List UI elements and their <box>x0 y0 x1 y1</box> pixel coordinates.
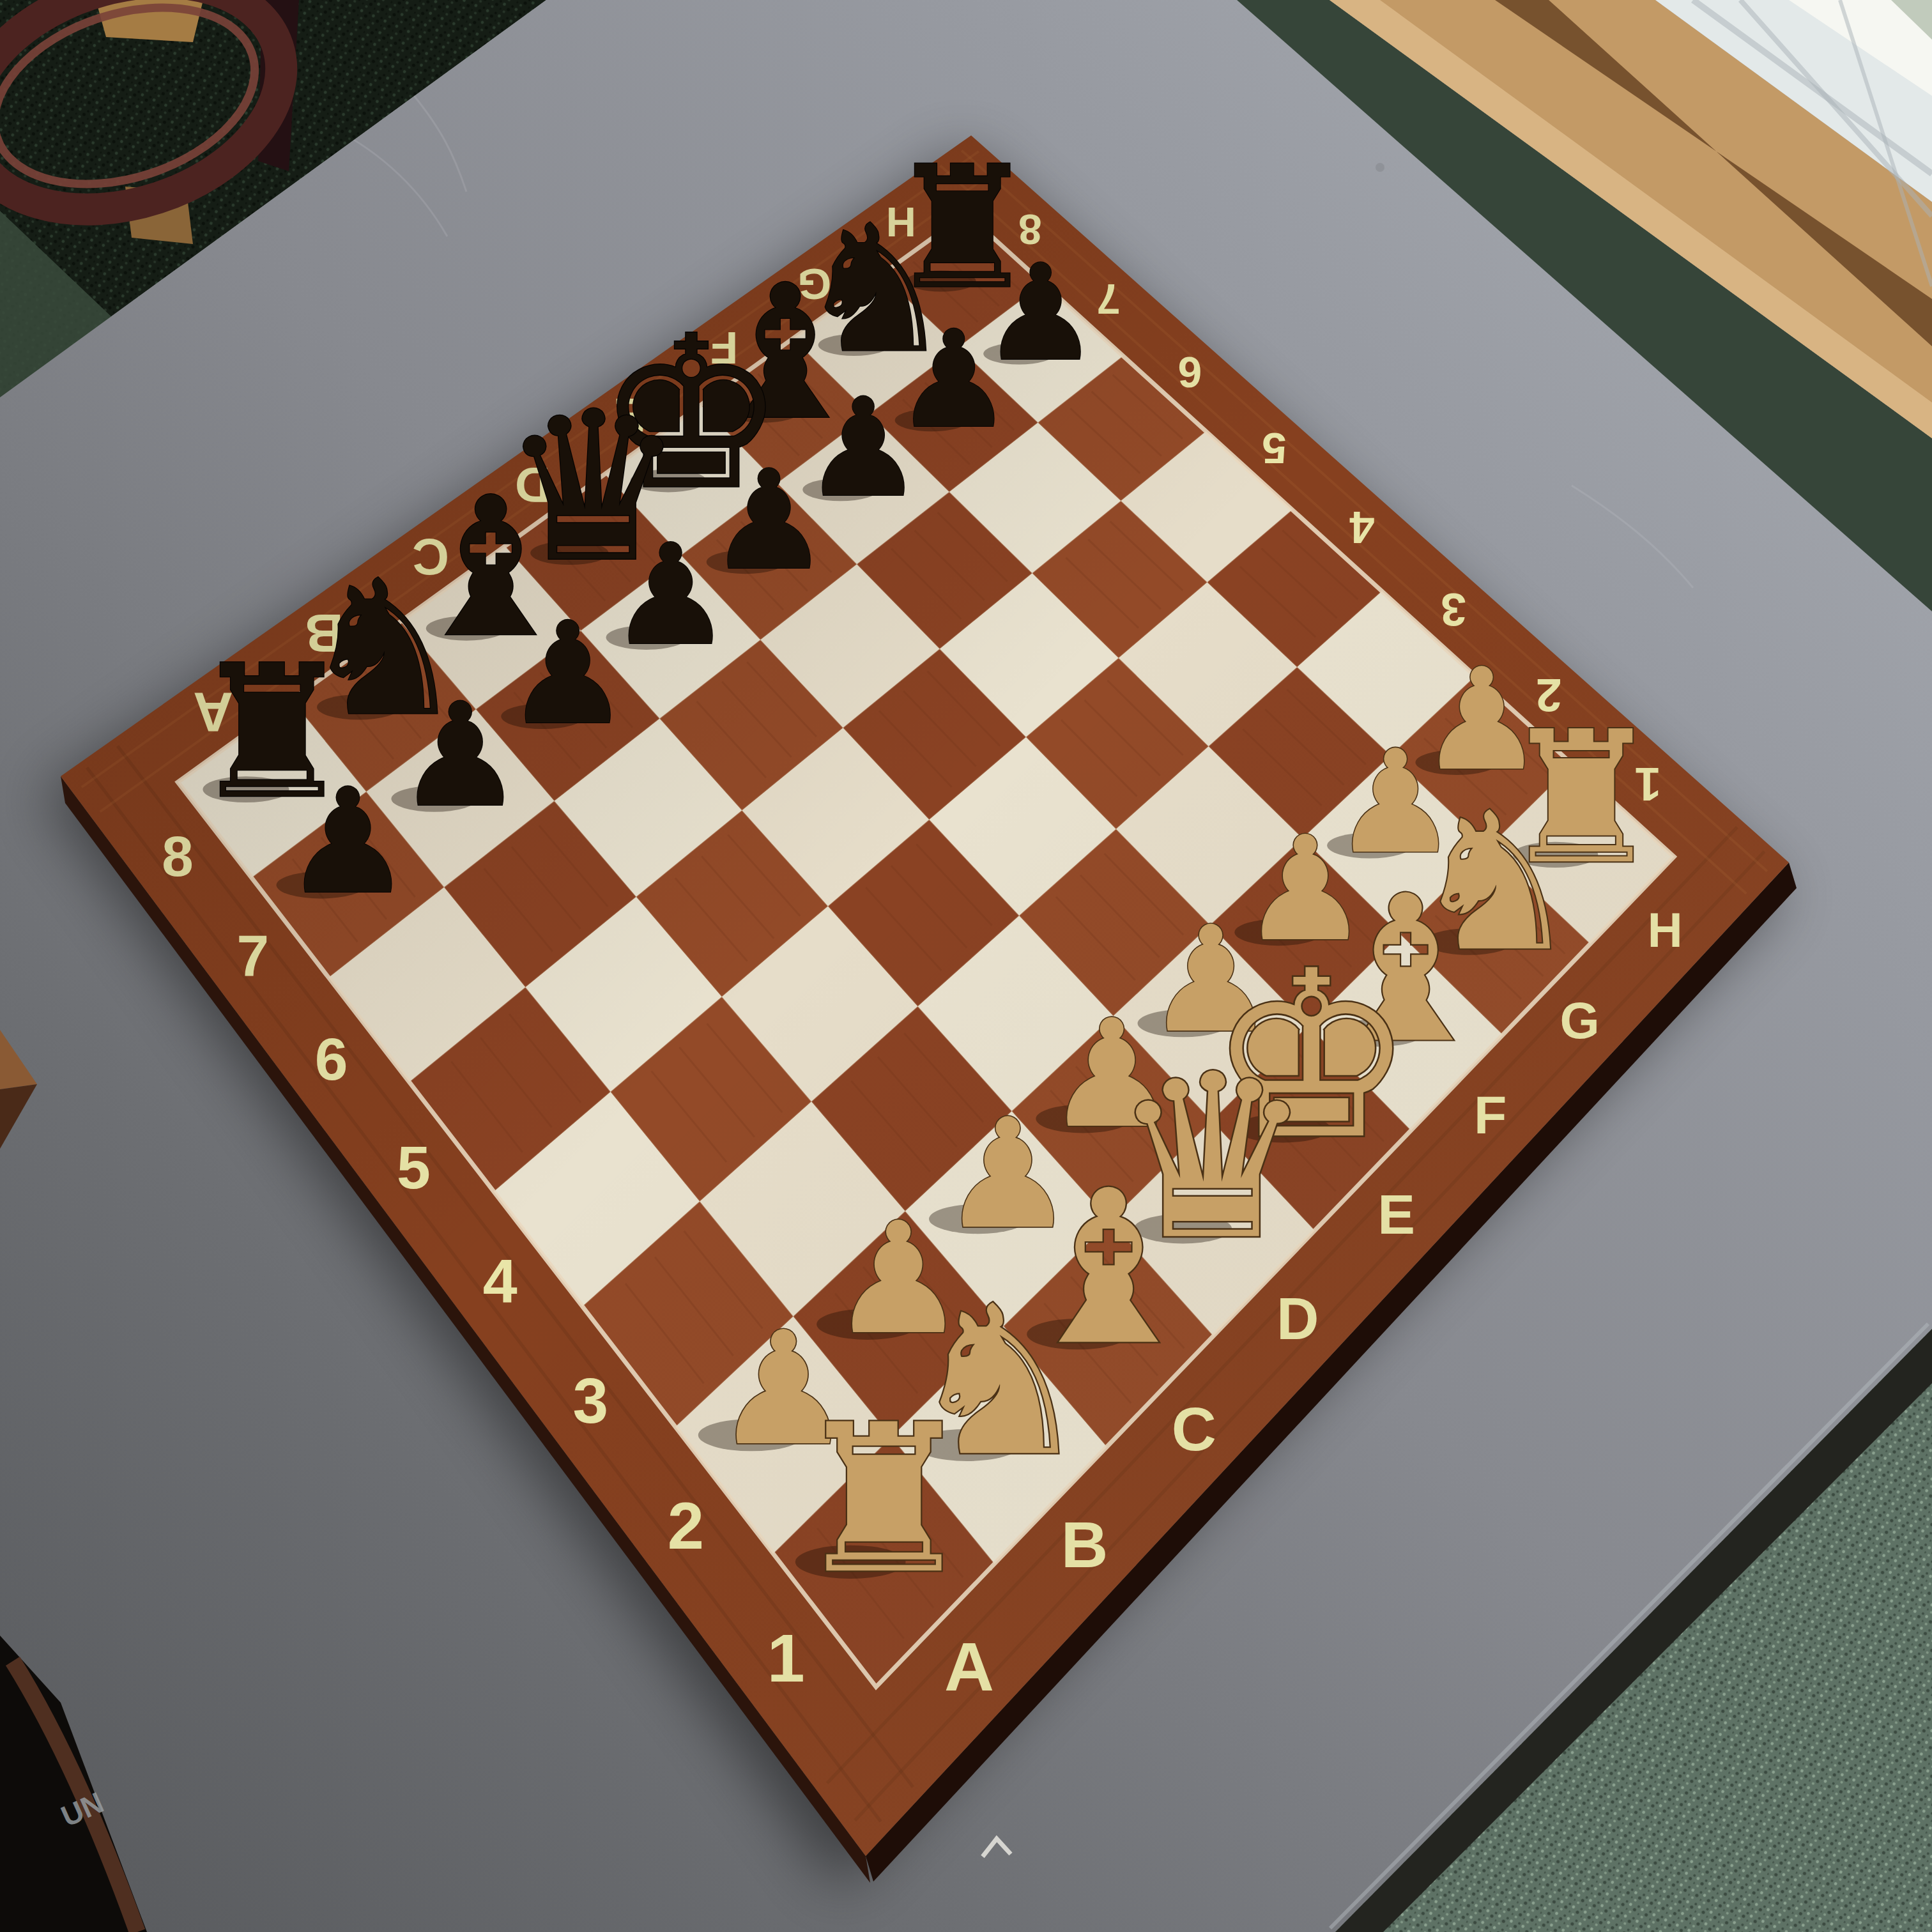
photo-of-chessboard: UNAABBCCDDEEFFGGHH1122334455667788♜♞♟♝♟♚… <box>0 0 1932 1932</box>
piece-white-rook-a1[interactable]: ♜ <box>792 1381 976 1618</box>
piece-black-pawn-b7[interactable]: ♟ <box>396 672 525 839</box>
scene: UNAABBCCDDEEFFGGHH1122334455667788♜♞♟♝♟♚… <box>0 0 1932 1932</box>
piece-black-pawn-a7[interactable]: ♟ <box>283 757 413 926</box>
